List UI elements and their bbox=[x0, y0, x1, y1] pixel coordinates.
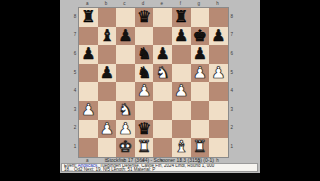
rank-label-5: 5 bbox=[229, 63, 235, 82]
white-pawn-h5: ♟ bbox=[211, 64, 225, 83]
black-pawn-b5: ♟ bbox=[100, 64, 114, 83]
square-e5: ♞ bbox=[153, 64, 172, 83]
move-line: 18... Qd2 Next: 19. Nf5 Length: 51 Mater… bbox=[64, 168, 255, 171]
square-f1: ♝ bbox=[172, 138, 191, 157]
black-pawn-c7: ♟ bbox=[118, 27, 132, 46]
square-c1: ♚ bbox=[116, 138, 135, 157]
square-e7 bbox=[153, 27, 172, 46]
square-e1 bbox=[153, 138, 172, 157]
square-g2 bbox=[191, 120, 210, 139]
white-pawn-d4: ♟ bbox=[137, 82, 151, 101]
white-pawn-g5: ♟ bbox=[193, 64, 207, 83]
rank-label-1: 1 bbox=[229, 137, 235, 156]
white-bishop-f1: ♝ bbox=[174, 138, 188, 157]
square-f6 bbox=[172, 45, 191, 64]
black-pawn-a6: ♟ bbox=[81, 45, 95, 64]
square-g7: ♚ bbox=[191, 27, 210, 46]
black-rook-a8: ♜ bbox=[81, 8, 95, 27]
chess-panel: abcdefgh 87654321 ♜♛♜♝♟♟♚♟♟♞♟♟♟♞♞♟♟♟♟♟♞♟… bbox=[60, 0, 260, 180]
square-f8: ♜ bbox=[172, 8, 191, 27]
square-c2: ♟ bbox=[116, 120, 135, 139]
square-c6 bbox=[116, 45, 135, 64]
square-g3 bbox=[191, 101, 210, 120]
black-queen-d2: ♛ bbox=[137, 120, 151, 139]
square-g8 bbox=[191, 8, 210, 27]
black-pawn-f7: ♟ bbox=[174, 27, 188, 46]
black-pawn-e6: ♟ bbox=[156, 45, 170, 64]
square-e4 bbox=[153, 82, 172, 101]
square-g1: ♜ bbox=[191, 138, 210, 157]
white-pawn-f4: ♟ bbox=[174, 82, 188, 101]
square-f2 bbox=[172, 120, 191, 139]
black-queen-d8: ♛ bbox=[137, 8, 151, 27]
square-d4: ♟ bbox=[135, 82, 154, 101]
square-b4 bbox=[98, 82, 117, 101]
white-rook-d1: ♜ bbox=[137, 138, 151, 157]
square-g5: ♟ bbox=[191, 64, 210, 83]
square-h6 bbox=[209, 45, 228, 64]
square-e6: ♟ bbox=[153, 45, 172, 64]
square-f4: ♟ bbox=[172, 82, 191, 101]
rank-label-4: 4 bbox=[229, 81, 235, 100]
square-a1 bbox=[79, 138, 98, 157]
square-f3 bbox=[172, 101, 191, 120]
square-d5: ♞ bbox=[135, 64, 154, 83]
square-d6: ♞ bbox=[135, 45, 154, 64]
square-f7: ♟ bbox=[172, 27, 191, 46]
white-pawn-c2: ♟ bbox=[118, 120, 132, 139]
square-b8 bbox=[98, 8, 117, 27]
black-king-g7: ♚ bbox=[193, 27, 207, 46]
rank-label-2: 2 bbox=[229, 119, 235, 138]
white-pawn-b2: ♟ bbox=[100, 120, 114, 139]
black-knight-d5: ♞ bbox=[137, 64, 151, 83]
chess-board: abcdefgh 87654321 ♜♛♜♝♟♟♚♟♟♞♟♟♟♞♞♟♟♟♟♟♞♟… bbox=[72, 1, 235, 163]
square-e8 bbox=[153, 8, 172, 27]
square-b6 bbox=[98, 45, 117, 64]
game-info-box: Event: Andscacs, Tuebingen Defense, Cast… bbox=[61, 163, 258, 172]
engine-eval-bar: +2.19/22 1.3s bbox=[60, 173, 260, 181]
video-frame: abcdefgh 87654321 ♜♛♜♝♟♟♚♟♟♞♟♟♟♞♞♟♟♟♟♟♞♟… bbox=[0, 0, 320, 180]
rank-label-6: 6 bbox=[229, 44, 235, 63]
square-c8 bbox=[116, 8, 135, 27]
square-h7: ♟ bbox=[209, 27, 228, 46]
square-h8 bbox=[209, 8, 228, 27]
letterbox-left bbox=[0, 0, 60, 180]
rank-labels-right: 87654321 bbox=[229, 7, 235, 158]
square-b7: ♝ bbox=[98, 27, 117, 46]
square-c7: ♟ bbox=[116, 27, 135, 46]
square-h2 bbox=[209, 120, 228, 139]
square-h5: ♟ bbox=[209, 64, 228, 83]
square-d7 bbox=[135, 27, 154, 46]
square-h1 bbox=[209, 138, 228, 157]
square-a3: ♟ bbox=[79, 101, 98, 120]
square-c4 bbox=[116, 82, 135, 101]
square-a7 bbox=[79, 27, 98, 46]
square-d2: ♛ bbox=[135, 120, 154, 139]
square-b5: ♟ bbox=[98, 64, 117, 83]
black-pawn-h7: ♟ bbox=[211, 27, 225, 46]
white-pawn-a3: ♟ bbox=[81, 101, 95, 120]
square-a6: ♟ bbox=[79, 45, 98, 64]
square-c5 bbox=[116, 64, 135, 83]
square-a4 bbox=[79, 82, 98, 101]
square-c3: ♞ bbox=[116, 101, 135, 120]
square-d8: ♛ bbox=[135, 8, 154, 27]
black-pawn-g6: ♟ bbox=[193, 45, 207, 64]
white-rook-g1: ♜ bbox=[193, 138, 207, 157]
square-b1 bbox=[98, 138, 117, 157]
square-h4 bbox=[209, 82, 228, 101]
square-g6: ♟ bbox=[191, 45, 210, 64]
rank-label-3: 3 bbox=[229, 100, 235, 119]
rank-label-7: 7 bbox=[229, 26, 235, 45]
white-knight-c3: ♞ bbox=[118, 101, 132, 120]
square-a8: ♜ bbox=[79, 8, 98, 27]
white-knight-e5: ♞ bbox=[156, 64, 170, 83]
square-d1: ♜ bbox=[135, 138, 154, 157]
square-b3 bbox=[98, 101, 117, 120]
black-rook-f8: ♜ bbox=[174, 8, 188, 27]
square-f5 bbox=[172, 64, 191, 83]
square-b2: ♟ bbox=[98, 120, 117, 139]
square-d3 bbox=[135, 101, 154, 120]
square-a2 bbox=[79, 120, 98, 139]
square-e3 bbox=[153, 101, 172, 120]
square-h3 bbox=[209, 101, 228, 120]
white-king-c1: ♚ bbox=[118, 138, 132, 157]
black-bishop-b7: ♝ bbox=[100, 27, 114, 46]
square-g4 bbox=[191, 82, 210, 101]
black-knight-d6: ♞ bbox=[137, 45, 151, 64]
letterbox-right bbox=[260, 0, 320, 180]
square-e2 bbox=[153, 120, 172, 139]
board-squares: ♜♛♜♝♟♟♚♟♟♞♟♟♟♞♞♟♟♟♟♟♞♟♟♛♚♜♝♜ bbox=[78, 7, 229, 158]
square-a5 bbox=[79, 64, 98, 83]
rank-label-8: 8 bbox=[229, 7, 235, 26]
